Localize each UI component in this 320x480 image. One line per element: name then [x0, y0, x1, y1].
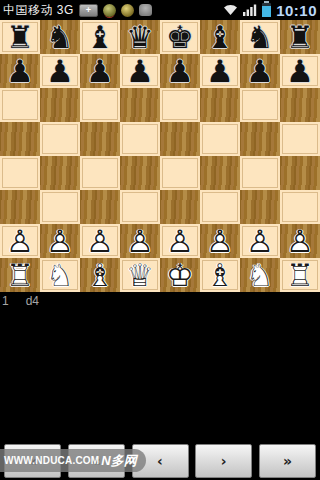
piece-black-knight: ♞	[40, 20, 80, 54]
square-h4[interactable]	[280, 156, 320, 190]
square-a1[interactable]: ♜♖	[0, 258, 40, 292]
piece-white-queen: ♛♕	[120, 258, 160, 292]
status-bar-left: 中国移动 3G +	[3, 2, 152, 19]
piece-outline-glyph: ♙	[0, 224, 40, 258]
piece-black-rook: ♜	[280, 20, 320, 54]
battery-cap	[264, 1, 269, 3]
piece-outline-glyph: ♙	[280, 224, 320, 258]
square-h5[interactable]	[280, 122, 320, 156]
square-b4[interactable]	[40, 156, 80, 190]
piece-outline-glyph: ♙	[120, 224, 160, 258]
square-f4[interactable]	[200, 156, 240, 190]
piece-white-bishop: ♝♗	[80, 258, 120, 292]
square-g6[interactable]	[240, 88, 280, 122]
piece-outline-glyph: ♙	[80, 224, 120, 258]
piece-black-pawn: ♟	[0, 54, 40, 88]
square-h3[interactable]	[280, 190, 320, 224]
square-c5[interactable]	[80, 122, 120, 156]
piece-fill-glyph: ♟	[120, 54, 160, 88]
square-b1[interactable]: ♞♘	[40, 258, 80, 292]
piece-white-pawn: ♟♙	[0, 224, 40, 258]
square-a2[interactable]: ♟♙	[0, 224, 40, 258]
square-e3[interactable]	[160, 190, 200, 224]
piece-outline-glyph: ♘	[40, 258, 80, 292]
piece-fill-glyph: ♝	[80, 20, 120, 54]
square-b8[interactable]: ♞	[40, 20, 80, 54]
square-c2[interactable]: ♟♙	[80, 224, 120, 258]
piece-white-rook: ♜♖	[280, 258, 320, 292]
piece-outline-glyph: ♕	[120, 258, 160, 292]
piece-black-pawn: ♟	[280, 54, 320, 88]
carrier-label: 中国移动 3G	[3, 2, 74, 19]
piece-black-pawn: ♟	[200, 54, 240, 88]
square-a8[interactable]: ♜	[0, 20, 40, 54]
piece-black-pawn: ♟	[240, 54, 280, 88]
chess-board: ♜♞♝♛♚♝♞♜♟♟♟♟♟♟♟♟♟♙♟♙♟♙♟♙♟♙♟♙♟♙♟♙♜♖♞♘♝♗♛♕…	[0, 20, 320, 292]
square-a4[interactable]	[0, 156, 40, 190]
piece-fill-glyph: ♞	[40, 20, 80, 54]
piece-outline-glyph: ♗	[200, 258, 240, 292]
square-a3[interactable]	[0, 190, 40, 224]
square-d3[interactable]	[120, 190, 160, 224]
piece-fill-glyph: ♞	[240, 20, 280, 54]
square-a6[interactable]	[0, 88, 40, 122]
square-f3[interactable]	[200, 190, 240, 224]
square-e6[interactable]	[160, 88, 200, 122]
square-d4[interactable]	[120, 156, 160, 190]
piece-white-pawn: ♟♙	[80, 224, 120, 258]
square-h1[interactable]: ♜♖	[280, 258, 320, 292]
plus-badge-icon: +	[79, 4, 98, 17]
square-d2[interactable]: ♟♙	[120, 224, 160, 258]
clock-label: 10:10	[276, 2, 317, 19]
piece-black-pawn: ♟	[120, 54, 160, 88]
piece-outline-glyph: ♘	[240, 258, 280, 292]
piece-fill-glyph: ♜	[0, 20, 40, 54]
piece-fill-glyph: ♟	[0, 54, 40, 88]
square-g2[interactable]: ♟♙	[240, 224, 280, 258]
piece-fill-glyph: ♝	[200, 20, 240, 54]
square-c4[interactable]	[80, 156, 120, 190]
notification-app-icon-2	[121, 4, 134, 17]
piece-outline-glyph: ♖	[280, 258, 320, 292]
square-f8[interactable]: ♝	[200, 20, 240, 54]
piece-black-rook: ♜	[0, 20, 40, 54]
piece-black-bishop: ♝	[80, 20, 120, 54]
square-b7[interactable]: ♟	[40, 54, 80, 88]
square-c7[interactable]: ♟	[80, 54, 120, 88]
piece-outline-glyph: ♙	[240, 224, 280, 258]
square-g7[interactable]: ♟	[240, 54, 280, 88]
piece-black-pawn: ♟	[80, 54, 120, 88]
piece-outline-glyph: ♙	[160, 224, 200, 258]
square-a5[interactable]	[0, 122, 40, 156]
square-e8[interactable]: ♚	[160, 20, 200, 54]
piece-black-queen: ♛	[120, 20, 160, 54]
square-d5[interactable]	[120, 122, 160, 156]
square-d6[interactable]	[120, 88, 160, 122]
signal-strength-icon	[243, 4, 257, 16]
piece-white-knight: ♞♘	[240, 258, 280, 292]
piece-white-pawn: ♟♙	[40, 224, 80, 258]
move-row: 1 d4	[0, 292, 320, 308]
piece-black-pawn: ♟	[160, 54, 200, 88]
square-b6[interactable]	[40, 88, 80, 122]
move-san-label: d4	[26, 294, 39, 308]
piece-fill-glyph: ♟	[200, 54, 240, 88]
chess-app-screen: 中国移动 3G + 10:10 ♜♞♝♛♚♝♞♜♟♟♟♟♟♟♟♟♟♙♟♙♟♙	[0, 0, 320, 480]
square-c8[interactable]: ♝	[80, 20, 120, 54]
square-e2[interactable]: ♟♙	[160, 224, 200, 258]
square-c6[interactable]	[80, 88, 120, 122]
piece-outline-glyph: ♖	[0, 258, 40, 292]
square-h8[interactable]: ♜	[280, 20, 320, 54]
piece-white-pawn: ♟♙	[120, 224, 160, 258]
square-g3[interactable]	[240, 190, 280, 224]
piece-black-pawn: ♟	[40, 54, 80, 88]
piece-white-king: ♚♔	[160, 258, 200, 292]
piece-outline-glyph: ♙	[40, 224, 80, 258]
piece-black-knight: ♞	[240, 20, 280, 54]
square-g8[interactable]: ♞	[240, 20, 280, 54]
square-c3[interactable]	[80, 190, 120, 224]
move-number-label: 1	[2, 294, 9, 308]
watermark-brand-label: N多网	[101, 452, 136, 470]
piece-fill-glyph: ♛	[120, 20, 160, 54]
piece-fill-glyph: ♟	[280, 54, 320, 88]
nduoa-watermark: WWW.NDUCA.COM N多网	[0, 449, 146, 472]
notification-app-icon-1	[103, 4, 116, 17]
nav-forward-button[interactable]: ›	[195, 444, 252, 478]
piece-white-knight: ♞♘	[40, 258, 80, 292]
square-h6[interactable]	[280, 88, 320, 122]
square-e4[interactable]	[160, 156, 200, 190]
square-f6[interactable]	[200, 88, 240, 122]
piece-white-bishop: ♝♗	[200, 258, 240, 292]
square-f2[interactable]: ♟♙	[200, 224, 240, 258]
wifi-icon	[223, 4, 238, 16]
square-g4[interactable]	[240, 156, 280, 190]
status-bar: 中国移动 3G + 10:10	[0, 0, 320, 20]
square-f5[interactable]	[200, 122, 240, 156]
square-f7[interactable]: ♟	[200, 54, 240, 88]
battery-fill	[262, 6, 271, 17]
square-d8[interactable]: ♛	[120, 20, 160, 54]
piece-fill-glyph: ♚	[160, 20, 200, 54]
piece-fill-glyph: ♜	[280, 20, 320, 54]
square-a7[interactable]: ♟	[0, 54, 40, 88]
square-g5[interactable]	[240, 122, 280, 156]
square-d7[interactable]: ♟	[120, 54, 160, 88]
piece-black-bishop: ♝	[200, 20, 240, 54]
move-list-panel: 1 d4	[0, 292, 320, 442]
piece-white-pawn: ♟♙	[280, 224, 320, 258]
watermark-url-label: WWW.NDUCA.COM	[4, 455, 99, 466]
robot-app-icon	[139, 4, 152, 16]
piece-fill-glyph: ♟	[240, 54, 280, 88]
piece-white-pawn: ♟♙	[200, 224, 240, 258]
square-b2[interactable]: ♟♙	[40, 224, 80, 258]
square-c1[interactable]: ♝♗	[80, 258, 120, 292]
piece-outline-glyph: ♙	[200, 224, 240, 258]
square-f1[interactable]: ♝♗	[200, 258, 240, 292]
square-h7[interactable]: ♟	[280, 54, 320, 88]
square-b5[interactable]	[40, 122, 80, 156]
square-g1[interactable]: ♞♘	[240, 258, 280, 292]
piece-outline-glyph: ♗	[80, 258, 120, 292]
piece-fill-glyph: ♟	[80, 54, 120, 88]
square-e5[interactable]	[160, 122, 200, 156]
piece-fill-glyph: ♟	[160, 54, 200, 88]
status-bar-right: 10:10	[223, 2, 317, 19]
piece-fill-glyph: ♟	[40, 54, 80, 88]
square-e7[interactable]: ♟	[160, 54, 200, 88]
battery-icon	[262, 3, 271, 17]
square-e1[interactable]: ♚♔	[160, 258, 200, 292]
square-d1[interactable]: ♛♕	[120, 258, 160, 292]
piece-outline-glyph: ♔	[160, 258, 200, 292]
piece-white-pawn: ♟♙	[240, 224, 280, 258]
nav-fast-forward-button[interactable]: »	[259, 444, 316, 478]
square-b3[interactable]	[40, 190, 80, 224]
piece-black-king: ♚	[160, 20, 200, 54]
piece-white-pawn: ♟♙	[160, 224, 200, 258]
piece-white-rook: ♜♖	[0, 258, 40, 292]
square-h2[interactable]: ♟♙	[280, 224, 320, 258]
